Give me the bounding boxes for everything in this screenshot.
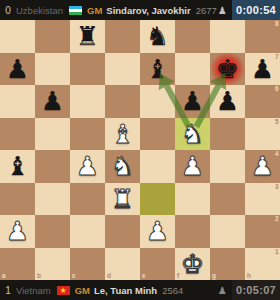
file-coordinate-b: b <box>37 273 41 280</box>
bottom-match-score: 1 <box>0 285 16 296</box>
star-icon: ★ <box>57 286 70 295</box>
bottom-player-title: GM <box>75 285 90 296</box>
bottom-player-bar: 1 Vietnam ★ GM Le, Tuan Minh 2564 ♟ 0:05… <box>0 280 280 300</box>
square-d7[interactable] <box>105 53 140 86</box>
black-pawn-a7[interactable]: ♟ <box>0 53 35 86</box>
last-move-highlight-e3 <box>140 183 175 216</box>
rank-coordinate-5: 5 <box>275 119 279 126</box>
square-f3[interactable] <box>175 183 210 216</box>
top-player-bar: 0 Uzbekistan GM Sindarov, Javokhir 2677 … <box>0 0 280 20</box>
square-c5[interactable] <box>70 118 105 151</box>
square-f1[interactable]: ♚f <box>175 248 210 281</box>
square-d3[interactable]: ♜ <box>105 183 140 216</box>
square-a1[interactable]: a <box>0 248 35 281</box>
top-player-name: Sindarov, Javokhir <box>106 5 190 16</box>
white-knight-d4[interactable]: ♞ <box>105 150 140 183</box>
rank-coordinate-2: 2 <box>275 216 279 223</box>
black-king-g7[interactable]: ♚ <box>210 53 245 86</box>
white-pawn-c4[interactable]: ♟ <box>70 150 105 183</box>
white-rook-d3[interactable]: ♜ <box>105 183 140 216</box>
square-h4[interactable]: ♟4 <box>245 150 280 183</box>
square-f4[interactable]: ♟ <box>175 150 210 183</box>
black-pawn-g6[interactable]: ♟ <box>210 85 245 118</box>
uzbekistan-flag-icon <box>69 6 82 15</box>
file-coordinate-e: e <box>142 273 146 280</box>
white-pawn-f4[interactable]: ♟ <box>175 150 210 183</box>
bottom-pawn-icon: ♟ <box>218 285 227 296</box>
black-bishop-a4[interactable]: ♝ <box>0 150 35 183</box>
bottom-player-rating: 2564 <box>162 285 183 296</box>
top-match-score: 0 <box>0 5 16 16</box>
black-pawn-f6[interactable]: ♟ <box>175 85 210 118</box>
bottom-player-name: Le, Tuan Minh <box>94 285 157 296</box>
square-b6[interactable]: ♟ <box>35 85 70 118</box>
square-a7[interactable]: ♟ <box>0 53 35 86</box>
top-player-rating: 2677 <box>196 5 217 16</box>
file-coordinate-f: f <box>177 273 179 280</box>
black-rook-c8[interactable]: ♜ <box>70 20 105 53</box>
square-g3[interactable] <box>210 183 245 216</box>
square-a4[interactable]: ♝ <box>0 150 35 183</box>
square-d2[interactable] <box>105 215 140 248</box>
square-c1[interactable]: c <box>70 248 105 281</box>
square-g1[interactable]: g <box>210 248 245 281</box>
top-pawn-icon: ♟ <box>218 5 227 16</box>
black-bishop-e7[interactable]: ♝ <box>140 53 175 86</box>
rank-coordinate-7: 7 <box>275 54 279 61</box>
white-knight-f5[interactable]: ♞ <box>175 118 210 151</box>
rank-coordinate-1: 1 <box>275 249 279 256</box>
black-pawn-b6[interactable]: ♟ <box>35 85 70 118</box>
file-coordinate-c: c <box>72 273 76 280</box>
square-h6[interactable]: 6 <box>245 85 280 118</box>
square-c7[interactable] <box>70 53 105 86</box>
vietnam-flag-icon: ★ <box>57 286 70 295</box>
square-b2[interactable] <box>35 215 70 248</box>
chess-broadcast-widget: 0 Uzbekistan GM Sindarov, Javokhir 2677 … <box>0 0 280 300</box>
square-a3[interactable] <box>0 183 35 216</box>
square-d1[interactable]: d <box>105 248 140 281</box>
square-c8[interactable]: ♜ <box>70 20 105 53</box>
square-a2[interactable]: ♟ <box>0 215 35 248</box>
square-h5[interactable]: 5 <box>245 118 280 151</box>
square-e1[interactable]: e <box>140 248 175 281</box>
square-b3[interactable] <box>35 183 70 216</box>
square-g4[interactable] <box>210 150 245 183</box>
square-h3[interactable]: 3 <box>245 183 280 216</box>
square-a5[interactable] <box>0 118 35 151</box>
square-h1[interactable]: 1h <box>245 248 280 281</box>
bottom-federation-label: Vietnam <box>16 285 51 296</box>
bottom-player-clock: 0:05:07 <box>232 280 280 300</box>
white-bishop-d5[interactable]: ♝ <box>105 118 140 151</box>
square-b5[interactable] <box>35 118 70 151</box>
square-e8[interactable]: ♞ <box>140 20 175 53</box>
file-coordinate-a: a <box>2 273 6 280</box>
rank-coordinate-8: 8 <box>275 21 279 28</box>
white-pawn-e2[interactable]: ♟ <box>140 215 175 248</box>
square-e6[interactable] <box>140 85 175 118</box>
square-g6[interactable]: ♟ <box>210 85 245 118</box>
square-g5[interactable] <box>210 118 245 151</box>
square-d6[interactable] <box>105 85 140 118</box>
file-coordinate-h: h <box>247 273 251 280</box>
square-e5[interactable] <box>140 118 175 151</box>
chess-board: ♜♞8♟♝♚♟7♟♟♟6♝♞5♝♟♞♟♟4♜3♟♟2abcde♚fg1h <box>0 20 280 280</box>
rank-coordinate-3: 3 <box>275 184 279 191</box>
square-f8[interactable] <box>175 20 210 53</box>
square-a6[interactable] <box>0 85 35 118</box>
square-e4[interactable] <box>140 150 175 183</box>
white-pawn-a2[interactable]: ♟ <box>0 215 35 248</box>
square-b4[interactable] <box>35 150 70 183</box>
file-coordinate-g: g <box>212 273 216 280</box>
square-f7[interactable] <box>175 53 210 86</box>
square-c3[interactable] <box>70 183 105 216</box>
square-b7[interactable] <box>35 53 70 86</box>
top-federation-label: Uzbekistan <box>16 5 63 16</box>
square-d4[interactable]: ♞ <box>105 150 140 183</box>
square-b1[interactable]: b <box>35 248 70 281</box>
square-c6[interactable] <box>70 85 105 118</box>
square-d8[interactable] <box>105 20 140 53</box>
square-e7[interactable]: ♝ <box>140 53 175 86</box>
square-h2[interactable]: 2 <box>245 215 280 248</box>
square-g8[interactable] <box>210 20 245 53</box>
square-h7[interactable]: ♟7 <box>245 53 280 86</box>
square-e3[interactable] <box>140 183 175 216</box>
black-knight-e8[interactable]: ♞ <box>140 20 175 53</box>
rank-coordinate-4: 4 <box>275 151 279 158</box>
top-player-title: GM <box>87 5 102 16</box>
white-king-f1[interactable]: ♚ <box>175 248 210 281</box>
rank-coordinate-6: 6 <box>275 86 279 93</box>
square-h8[interactable]: 8 <box>245 20 280 53</box>
file-coordinate-d: d <box>107 273 111 280</box>
square-d5[interactable]: ♝ <box>105 118 140 151</box>
square-g2[interactable] <box>210 215 245 248</box>
top-player-clock: 0:00:54 <box>232 0 280 20</box>
square-b8[interactable] <box>35 20 70 53</box>
square-c4[interactable]: ♟ <box>70 150 105 183</box>
square-f5[interactable]: ♞ <box>175 118 210 151</box>
square-e2[interactable]: ♟ <box>140 215 175 248</box>
square-g7[interactable]: ♚ <box>210 53 245 86</box>
square-a8[interactable] <box>0 20 35 53</box>
square-f6[interactable]: ♟ <box>175 85 210 118</box>
square-c2[interactable] <box>70 215 105 248</box>
square-f2[interactable] <box>175 215 210 248</box>
